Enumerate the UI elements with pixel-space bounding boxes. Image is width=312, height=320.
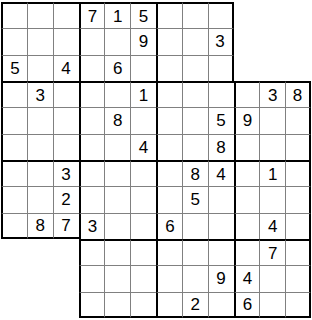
- void-r12-c1: [1, 292, 27, 318]
- cell-r2-c4[interactable]: [79, 28, 105, 54]
- void-r2-c11: [259, 28, 285, 54]
- cell-r5-c7[interactable]: [156, 107, 182, 133]
- cell-r6-c7[interactable]: [156, 134, 182, 160]
- cell-r4-c3[interactable]: [53, 81, 79, 107]
- void-r12-c2: [27, 292, 53, 318]
- given-cell-r9-c3: 7: [53, 213, 79, 239]
- cell-r11-c7[interactable]: [156, 265, 182, 291]
- cell-r10-c5[interactable]: [104, 239, 130, 265]
- cell-r9-c1[interactable]: [1, 213, 27, 239]
- cell-r11-c6[interactable]: [130, 265, 156, 291]
- cell-r12-c5[interactable]: [104, 292, 130, 318]
- void-r11-c1: [1, 265, 27, 291]
- given-cell-r10-c11: 7: [259, 239, 285, 265]
- cell-r1-c2[interactable]: [27, 2, 53, 28]
- given-cell-r9-c11: 4: [259, 213, 285, 239]
- given-cell-r8-c3: 2: [53, 186, 79, 212]
- cell-r5-c2[interactable]: [27, 107, 53, 133]
- given-cell-r5-c9: 5: [208, 107, 234, 133]
- cell-r3-c4[interactable]: [79, 55, 105, 81]
- cell-r4-c7[interactable]: [156, 81, 182, 107]
- cell-r10-c10[interactable]: [234, 239, 260, 265]
- given-cell-r5-c10: 9: [234, 107, 260, 133]
- cell-r6-c5[interactable]: [104, 134, 130, 160]
- cell-r2-c5[interactable]: [104, 28, 130, 54]
- given-cell-r1-c6: 5: [130, 2, 156, 28]
- given-cell-r2-c6: 9: [130, 28, 156, 54]
- cell-r7-c1[interactable]: [1, 160, 27, 186]
- cell-r5-c4[interactable]: [79, 107, 105, 133]
- cell-r9-c12[interactable]: [285, 213, 311, 239]
- cell-r3-c9[interactable]: [208, 55, 234, 81]
- cell-r6-c11[interactable]: [259, 134, 285, 160]
- double-sudoku-board: 715935463138859483841258736479426: [1, 2, 311, 318]
- given-cell-r11-c9: 9: [208, 265, 234, 291]
- cell-r8-c10[interactable]: [234, 186, 260, 212]
- given-cell-r3-c1: 5: [1, 55, 27, 81]
- cell-r4-c4[interactable]: [79, 81, 105, 107]
- cell-r7-c5[interactable]: [104, 160, 130, 186]
- cell-r2-c8[interactable]: [182, 28, 208, 54]
- cell-r12-c12[interactable]: [285, 292, 311, 318]
- cell-r8-c6[interactable]: [130, 186, 156, 212]
- cell-r1-c9[interactable]: [208, 2, 234, 28]
- cell-r9-c10[interactable]: [234, 213, 260, 239]
- void-r2-c10: [234, 28, 260, 54]
- given-cell-r5-c5: 8: [104, 107, 130, 133]
- cell-r5-c11[interactable]: [259, 107, 285, 133]
- cell-r9-c8[interactable]: [182, 213, 208, 239]
- cell-r7-c4[interactable]: [79, 160, 105, 186]
- cell-r7-c7[interactable]: [156, 160, 182, 186]
- given-cell-r2-c9: 3: [208, 28, 234, 54]
- cell-r3-c6[interactable]: [130, 55, 156, 81]
- cell-r11-c11[interactable]: [259, 265, 285, 291]
- cell-r9-c9[interactable]: [208, 213, 234, 239]
- cell-r6-c2[interactable]: [27, 134, 53, 160]
- cell-r1-c7[interactable]: [156, 2, 182, 28]
- cell-r3-c8[interactable]: [182, 55, 208, 81]
- given-cell-r4-c6: 1: [130, 81, 156, 107]
- given-cell-r6-c6: 4: [130, 134, 156, 160]
- cell-r5-c6[interactable]: [130, 107, 156, 133]
- void-r10-c2: [27, 239, 53, 265]
- cell-r6-c4[interactable]: [79, 134, 105, 160]
- void-r11-c2: [27, 265, 53, 291]
- cell-r7-c10[interactable]: [234, 160, 260, 186]
- cell-r10-c12[interactable]: [285, 239, 311, 265]
- cell-r12-c11[interactable]: [259, 292, 285, 318]
- given-cell-r7-c8: 8: [182, 160, 208, 186]
- cell-r12-c9[interactable]: [208, 292, 234, 318]
- given-cell-r4-c12: 8: [285, 81, 311, 107]
- cell-r4-c1[interactable]: [1, 81, 27, 107]
- cell-r6-c8[interactable]: [182, 134, 208, 160]
- given-cell-r8-c8: 5: [182, 186, 208, 212]
- cell-r1-c1[interactable]: [1, 2, 27, 28]
- given-cell-r1-c5: 1: [104, 2, 130, 28]
- cell-r2-c1[interactable]: [1, 28, 27, 54]
- cell-r8-c4[interactable]: [79, 186, 105, 212]
- given-cell-r6-c9: 8: [208, 134, 234, 160]
- cell-r10-c7[interactable]: [156, 239, 182, 265]
- given-cell-r3-c3: 4: [53, 55, 79, 81]
- cell-r5-c1[interactable]: [1, 107, 27, 133]
- cell-r10-c6[interactable]: [130, 239, 156, 265]
- cell-r7-c12[interactable]: [285, 160, 311, 186]
- given-cell-r7-c3: 3: [53, 160, 79, 186]
- void-r1-c12: [285, 2, 311, 28]
- cell-r8-c12[interactable]: [285, 186, 311, 212]
- void-r2-c12: [285, 28, 311, 54]
- cell-r12-c4[interactable]: [79, 292, 105, 318]
- cell-r6-c12[interactable]: [285, 134, 311, 160]
- void-r1-c11: [259, 2, 285, 28]
- cell-r1-c3[interactable]: [53, 2, 79, 28]
- cell-r6-c3[interactable]: [53, 134, 79, 160]
- given-cell-r12-c8: 2: [182, 292, 208, 318]
- given-cell-r4-c11: 3: [259, 81, 285, 107]
- cell-r12-c7[interactable]: [156, 292, 182, 318]
- void-r1-c10: [234, 2, 260, 28]
- cell-r10-c8[interactable]: [182, 239, 208, 265]
- given-cell-r4-c2: 3: [27, 81, 53, 107]
- cell-r5-c3[interactable]: [53, 107, 79, 133]
- void-r10-c1: [1, 239, 27, 265]
- void-r12-c3: [53, 292, 79, 318]
- cell-r2-c7[interactable]: [156, 28, 182, 54]
- cell-r10-c9[interactable]: [208, 239, 234, 265]
- cell-r6-c1[interactable]: [1, 134, 27, 160]
- cell-r7-c2[interactable]: [27, 160, 53, 186]
- given-cell-r3-c5: 6: [104, 55, 130, 81]
- cell-r3-c2[interactable]: [27, 55, 53, 81]
- cell-r8-c9[interactable]: [208, 186, 234, 212]
- cell-r5-c12[interactable]: [285, 107, 311, 133]
- given-cell-r7-c11: 1: [259, 160, 285, 186]
- cell-r8-c7[interactable]: [156, 186, 182, 212]
- cell-r9-c6[interactable]: [130, 213, 156, 239]
- cell-r11-c8[interactable]: [182, 265, 208, 291]
- cell-r8-c11[interactable]: [259, 186, 285, 212]
- cell-r7-c6[interactable]: [130, 160, 156, 186]
- void-r3-c11: [259, 55, 285, 81]
- cell-r11-c4[interactable]: [79, 265, 105, 291]
- given-cell-r11-c10: 4: [234, 265, 260, 291]
- cell-r9-c5[interactable]: [104, 213, 130, 239]
- void-r3-c12: [285, 55, 311, 81]
- cell-r8-c2[interactable]: [27, 186, 53, 212]
- cell-r10-c4[interactable]: [79, 239, 105, 265]
- given-cell-r9-c2: 8: [27, 213, 53, 239]
- cell-r2-c2[interactable]: [27, 28, 53, 54]
- cell-r11-c5[interactable]: [104, 265, 130, 291]
- puzzle-page: 715935463138859483841258736479426: [0, 0, 312, 320]
- cell-r4-c10[interactable]: [234, 81, 260, 107]
- cell-r3-c7[interactable]: [156, 55, 182, 81]
- cell-r4-c8[interactable]: [182, 81, 208, 107]
- given-cell-r1-c4: 7: [79, 2, 105, 28]
- cell-r5-c8[interactable]: [182, 107, 208, 133]
- cell-r4-c5[interactable]: [104, 81, 130, 107]
- cell-r2-c3[interactable]: [53, 28, 79, 54]
- given-cell-r12-c10: 6: [234, 292, 260, 318]
- cell-r11-c12[interactable]: [285, 265, 311, 291]
- cell-r12-c6[interactable]: [130, 292, 156, 318]
- cell-r8-c1[interactable]: [1, 186, 27, 212]
- void-r11-c3: [53, 265, 79, 291]
- given-cell-r9-c7: 6: [156, 213, 182, 239]
- void-r10-c3: [53, 239, 79, 265]
- given-cell-r9-c4: 3: [79, 213, 105, 239]
- void-r3-c10: [234, 55, 260, 81]
- cell-r1-c8[interactable]: [182, 2, 208, 28]
- cell-r6-c10[interactable]: [234, 134, 260, 160]
- cell-r4-c9[interactable]: [208, 81, 234, 107]
- cell-r8-c5[interactable]: [104, 186, 130, 212]
- given-cell-r7-c9: 4: [208, 160, 234, 186]
